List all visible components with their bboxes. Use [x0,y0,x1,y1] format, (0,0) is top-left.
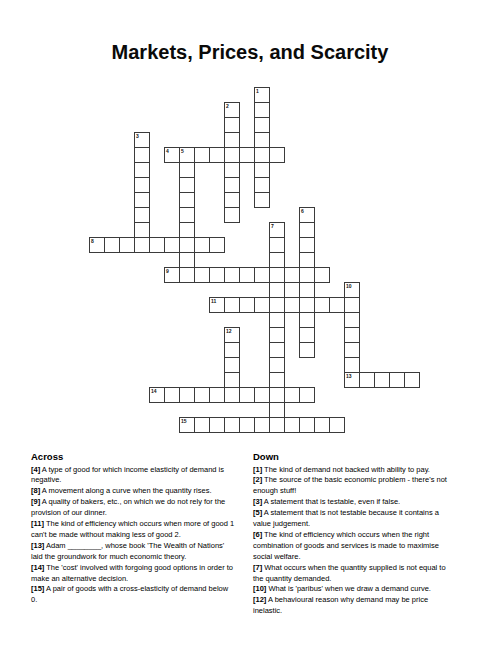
grid-cell[interactable]: 2 [224,102,240,118]
grid-cell[interactable] [314,297,330,313]
grid-cell[interactable] [314,417,330,433]
grid-cell[interactable] [239,147,255,163]
clue-number: 14 [151,389,157,394]
grid-cell[interactable]: 8 [89,237,105,253]
clue-item: [14] The 'cost' involved with forgoing g… [31,563,261,585]
grid-cell[interactable] [224,372,240,388]
clue-item: [15] A pair of goods with a cross-elasti… [31,584,261,606]
grid-cell[interactable] [224,192,240,208]
clue-item: [10] What is 'paribus' when we draw a de… [253,584,493,595]
puzzle-title: Markets, Prices, and Scarcity [0,41,500,63]
clue-text: A statement that is not testable because… [253,508,439,528]
grid-cell[interactable] [269,417,285,433]
grid-cell[interactable] [344,342,360,358]
down-clue-list: [1] The kind of demand not backed with a… [253,465,493,618]
grid-cell[interactable] [374,372,390,388]
grid-cell[interactable]: 9 [164,267,180,283]
clue-number: 15 [181,419,187,424]
grid-cell[interactable] [269,267,285,283]
across-clue-list: [4] A type of good for which income elas… [31,465,261,607]
grid-cell[interactable] [269,237,285,253]
clue-label: [5] [253,508,262,517]
grid-cell[interactable] [224,342,240,358]
grid-cell[interactable] [209,417,225,433]
grid-cell[interactable] [269,282,285,298]
clue-item: [11] The kind of efficiency which occurs… [31,519,261,541]
grid-cell[interactable] [269,342,285,358]
grid-cell[interactable] [254,162,270,178]
grid-cell[interactable] [254,387,270,403]
grid-cell[interactable] [224,297,240,313]
grid-cell[interactable]: 1 [254,87,270,103]
grid-cell[interactable] [254,297,270,313]
grid-cell[interactable] [179,177,195,193]
grid-cell[interactable] [404,372,420,388]
clue-label: [15] [31,584,44,593]
clue-label: [9] [31,497,40,506]
grid-cell[interactable] [329,297,345,313]
grid-cell[interactable] [284,417,300,433]
grid-cell[interactable]: 14 [149,387,165,403]
clue-number: 7 [271,224,274,229]
grid-cell[interactable] [254,117,270,133]
grid-cell[interactable] [149,237,165,253]
grid-cell[interactable] [224,387,240,403]
grid-cell[interactable] [134,207,150,223]
grid-cell[interactable] [284,297,300,313]
clue-label: [6] [253,530,262,539]
grid-cell[interactable] [299,237,315,253]
grid-cell[interactable] [269,372,285,388]
grid-cell[interactable] [299,252,315,268]
clue-item: [4] A type of good for which income elas… [31,465,261,487]
clue-item: [8] A movement along a curve when the qu… [31,486,261,497]
grid-cell[interactable] [224,132,240,148]
clue-label: [7] [253,563,262,572]
grid-cell[interactable] [179,222,195,238]
grid-cell[interactable] [134,162,150,178]
clue-number: 1 [256,89,259,94]
grid-cell[interactable] [224,162,240,178]
clue-text: The kind of efficiency which occurs when… [253,530,439,561]
grid-cell[interactable] [299,222,315,238]
grid-cell[interactable] [269,297,285,313]
across-header: Across [31,452,261,463]
clue-number: 3 [136,134,139,139]
grid-cell[interactable]: 10 [344,282,360,298]
grid-cell[interactable] [299,342,315,358]
grid-cell[interactable] [134,147,150,163]
grid-cell[interactable]: 5 [179,147,195,163]
grid-cell[interactable]: 11 [209,297,225,313]
grid-cell[interactable] [269,147,285,163]
grid-cell[interactable] [209,387,225,403]
clue-number: 5 [181,149,184,154]
grid-cell[interactable] [269,252,285,268]
clue-item: [1] The kind of demand not backed with a… [253,465,493,476]
grid-cell[interactable] [239,387,255,403]
clue-text: What is 'paribus' when we draw a demand … [266,584,431,593]
grid-cell[interactable] [134,237,150,253]
grid-cell[interactable] [209,147,225,163]
clue-text: A movement along a curve when the quanti… [40,486,211,495]
grid-cell[interactable] [224,417,240,433]
clue-number: 12 [226,329,232,334]
grid-cell[interactable]: 4 [164,147,180,163]
grid-cell[interactable] [179,207,195,223]
down-clues-section: Down [1] The kind of demand not backed w… [253,452,493,617]
grid-cell[interactable] [254,267,270,283]
clue-number: 9 [166,269,169,274]
grid-cell[interactable] [209,237,225,253]
clue-label: [3] [253,497,262,506]
grid-cell[interactable] [209,267,225,283]
clue-item: [2] The source of the basic economic pro… [253,475,493,497]
grid-cell[interactable] [329,417,345,433]
grid-cell[interactable]: 6 [299,207,315,223]
clue-text: A behavioural reason why demand may be p… [253,595,428,615]
grid-cell[interactable] [194,147,210,163]
clue-text: What occurs when the quantity supplied i… [253,563,446,583]
clue-text: The 'cost' involved with forgoing good o… [31,563,233,583]
clue-text: The kind of demand not backed with abili… [262,465,430,474]
clue-label: [4] [31,465,40,474]
grid-cell[interactable] [239,417,255,433]
grid-cell[interactable] [254,177,270,193]
clue-label: [12] [253,595,266,604]
grid-cell[interactable] [179,387,195,403]
grid-cell[interactable] [119,237,135,253]
grid-cell[interactable] [254,192,270,208]
clue-text: A quality of bakers, etc., on which we d… [31,497,225,517]
clue-label: [2] [253,475,262,484]
clue-number: 10 [346,284,352,289]
across-clues-section: Across [4] A type of good for which inco… [31,452,261,606]
grid-cell[interactable] [194,387,210,403]
clue-item: [5] A statement that is not testable bec… [253,508,493,530]
grid-cell[interactable] [134,222,150,238]
grid-cell[interactable] [104,237,120,253]
clue-number: 13 [346,374,352,379]
grid-cell[interactable] [269,402,285,418]
grid-cell[interactable] [344,357,360,373]
clue-item: [3] A statement that is testable, even i… [253,497,493,508]
grid-cell[interactable] [299,327,315,343]
grid-cell[interactable] [254,147,270,163]
grid-cell[interactable] [314,267,330,283]
grid-cell[interactable] [254,132,270,148]
grid-cell[interactable] [239,267,255,283]
clue-text: The kind of efficiency which occurs when… [31,519,234,539]
clue-text: A statement that is testable, even if fa… [262,497,400,506]
clue-text: The source of the basic economic problem… [253,475,447,495]
grid-cell[interactable] [179,252,195,268]
grid-cell[interactable] [299,297,315,313]
grid-cell[interactable]: 3 [134,132,150,148]
grid-cell[interactable] [299,267,315,283]
grid-cell[interactable] [194,237,210,253]
grid-cell[interactable] [254,417,270,433]
grid-cell[interactable] [164,387,180,403]
clue-label: [8] [31,486,40,495]
grid-cell[interactable] [224,267,240,283]
grid-cell[interactable] [344,312,360,328]
grid-cell[interactable]: 15 [179,417,195,433]
clue-number: 8 [91,239,94,244]
clue-item: [7] What occurs when the quantity suppli… [253,563,493,585]
clue-item: [13] Adam ________, whose book 'The Weal… [31,541,261,563]
grid-cell[interactable] [179,237,195,253]
grid-cell[interactable]: 13 [344,372,360,388]
grid-cell[interactable] [239,297,255,313]
grid-cell[interactable] [269,387,285,403]
grid-cell[interactable]: 7 [269,222,285,238]
grid-cell[interactable] [299,417,315,433]
clue-label: [11] [31,519,44,528]
grid-cell[interactable] [284,267,300,283]
clue-text: A pair of goods with a cross-elasticity … [31,584,228,604]
grid-cell[interactable] [224,357,240,373]
grid-cell[interactable]: 12 [224,327,240,343]
grid-cell[interactable] [269,327,285,343]
clue-text: Adam ________, whose book 'The Wealth of… [31,541,224,561]
grid-cell[interactable] [134,177,150,193]
grid-cell[interactable] [344,297,360,313]
clue-number: 6 [301,209,304,214]
grid-cell[interactable] [299,282,315,298]
grid-cell[interactable] [299,387,315,403]
grid-cell[interactable] [179,267,195,283]
clue-label: [1] [253,465,262,474]
grid-cell[interactable] [134,192,150,208]
grid-cell[interactable] [254,102,270,118]
grid-cell[interactable] [179,162,195,178]
grid-cell[interactable] [224,207,240,223]
clue-item: [12] A behavioural reason why demand may… [253,595,493,617]
grid-cell[interactable] [224,147,240,163]
grid-cell[interactable] [224,117,240,133]
clue-label: [13] [31,541,44,550]
clue-number: 4 [166,149,169,154]
clue-label: [14] [31,563,44,572]
clue-label: [10] [253,584,266,593]
crossword-grid: 123456789101112131415 [89,87,420,433]
grid-cell[interactable] [359,372,375,388]
clue-item: [9] A quality of bakers, etc., on which … [31,497,261,519]
clue-number: 11 [211,299,216,304]
grid-cell[interactable] [224,177,240,193]
grid-cell[interactable] [164,237,180,253]
down-header: Down [253,452,493,463]
clue-number: 2 [226,104,229,109]
grid-cell[interactable] [284,387,300,403]
grid-cell[interactable] [194,267,210,283]
grid-cell[interactable] [179,192,195,208]
grid-cell[interactable] [389,372,405,388]
grid-cell[interactable] [269,312,285,328]
grid-cell[interactable] [344,327,360,343]
grid-cell[interactable] [194,417,210,433]
grid-cell[interactable] [299,312,315,328]
clue-text: A type of good for which income elastici… [31,465,224,485]
clue-item: [6] The kind of efficiency which occurs … [253,530,493,563]
grid-cell[interactable] [269,357,285,373]
